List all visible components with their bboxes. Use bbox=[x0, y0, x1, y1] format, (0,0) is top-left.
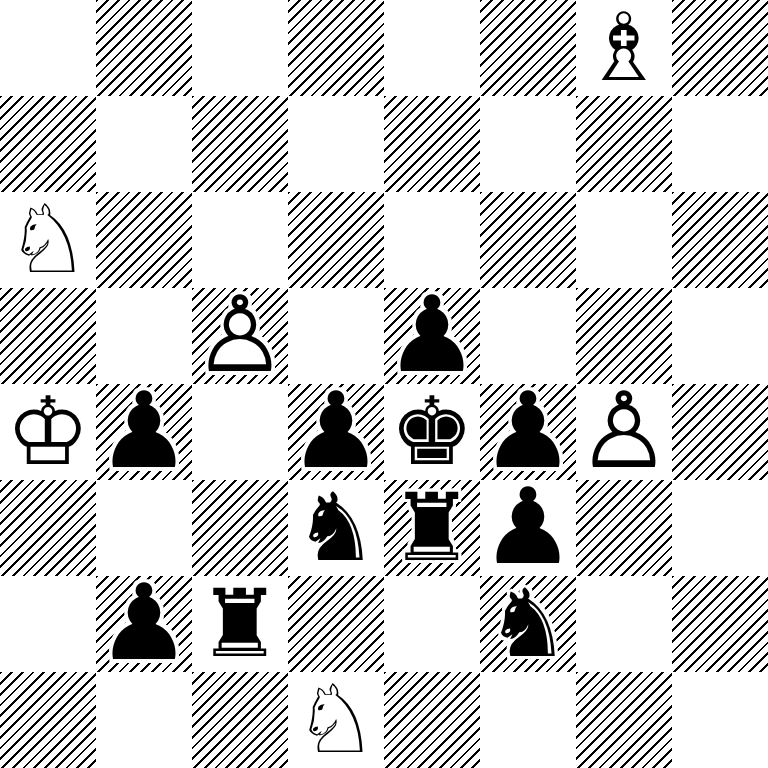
piece-fill-halo: ♟ bbox=[378, 282, 486, 390]
piece-glyph: ♟ bbox=[282, 378, 390, 486]
white-knight: ♞♘ bbox=[0, 192, 96, 288]
square-f6[interactable] bbox=[480, 192, 576, 288]
square-b3[interactable] bbox=[96, 480, 192, 576]
piece-glyph: ♚ bbox=[384, 384, 480, 480]
piece-fill-halo: ♟ bbox=[90, 378, 198, 486]
square-c4[interactable] bbox=[192, 384, 288, 480]
white-knight: ♞♘ bbox=[288, 672, 384, 768]
white-bishop: ♝♗ bbox=[576, 0, 672, 96]
square-b4[interactable]: ♟♟ bbox=[96, 384, 192, 480]
square-d6[interactable] bbox=[288, 192, 384, 288]
white-pawn: ♟♙ bbox=[192, 288, 288, 384]
square-e8[interactable] bbox=[384, 0, 480, 96]
black-rook: ♜♜ bbox=[384, 480, 480, 576]
white-pawn: ♟♙ bbox=[576, 384, 672, 480]
square-h6[interactable] bbox=[672, 192, 768, 288]
square-d3[interactable]: ♞♞ bbox=[288, 480, 384, 576]
square-f8[interactable] bbox=[480, 0, 576, 96]
square-e5[interactable]: ♟♟ bbox=[384, 288, 480, 384]
piece-glyph: ♞ bbox=[288, 480, 384, 576]
square-h1[interactable] bbox=[672, 672, 768, 768]
square-c6[interactable] bbox=[192, 192, 288, 288]
piece-fill-halo: ♞ bbox=[480, 576, 576, 672]
piece-glyph: ♜ bbox=[192, 576, 288, 672]
square-a7[interactable] bbox=[0, 96, 96, 192]
piece-fill-halo: ♜ bbox=[384, 480, 480, 576]
square-a1[interactable] bbox=[0, 672, 96, 768]
piece-fill-halo: ♞ bbox=[288, 672, 384, 768]
square-c3[interactable] bbox=[192, 480, 288, 576]
square-a3[interactable] bbox=[0, 480, 96, 576]
square-f1[interactable] bbox=[480, 672, 576, 768]
square-a4[interactable]: ♚♔ bbox=[0, 384, 96, 480]
square-c7[interactable] bbox=[192, 96, 288, 192]
square-h7[interactable] bbox=[672, 96, 768, 192]
square-f5[interactable] bbox=[480, 288, 576, 384]
square-b8[interactable] bbox=[96, 0, 192, 96]
black-knight: ♞♞ bbox=[288, 480, 384, 576]
square-g8[interactable]: ♝♗ bbox=[576, 0, 672, 96]
square-a5[interactable] bbox=[0, 288, 96, 384]
square-c1[interactable] bbox=[192, 672, 288, 768]
square-g4[interactable]: ♟♙ bbox=[576, 384, 672, 480]
white-king: ♚♔ bbox=[0, 384, 96, 480]
square-d7[interactable] bbox=[288, 96, 384, 192]
square-b2[interactable]: ♟♟ bbox=[96, 576, 192, 672]
piece-glyph: ♔ bbox=[0, 384, 96, 480]
piece-glyph: ♟ bbox=[378, 282, 486, 390]
piece-glyph: ♙ bbox=[186, 282, 294, 390]
square-h8[interactable] bbox=[672, 0, 768, 96]
piece-fill-halo: ♚ bbox=[0, 384, 96, 480]
black-king: ♚♚ bbox=[384, 384, 480, 480]
square-d1[interactable]: ♞♘ bbox=[288, 672, 384, 768]
piece-fill-halo: ♜ bbox=[192, 576, 288, 672]
square-d8[interactable] bbox=[288, 0, 384, 96]
square-g3[interactable] bbox=[576, 480, 672, 576]
piece-fill-halo: ♞ bbox=[288, 480, 384, 576]
black-pawn: ♟♟ bbox=[96, 576, 192, 672]
square-f7[interactable] bbox=[480, 96, 576, 192]
chessboard: ♝♗♞♘♟♙♟♟♚♔♟♟♟♟♚♚♟♟♟♙♞♞♜♜♟♟♟♟♜♜♞♞♞♘ bbox=[0, 0, 768, 768]
piece-glyph: ♜ bbox=[384, 480, 480, 576]
square-e2[interactable] bbox=[384, 576, 480, 672]
square-f4[interactable]: ♟♟ bbox=[480, 384, 576, 480]
square-g2[interactable] bbox=[576, 576, 672, 672]
piece-fill-halo: ♟ bbox=[90, 570, 198, 678]
piece-glyph: ♟ bbox=[474, 474, 582, 582]
square-d2[interactable] bbox=[288, 576, 384, 672]
square-b6[interactable] bbox=[96, 192, 192, 288]
piece-glyph: ♟ bbox=[474, 378, 582, 486]
square-c8[interactable] bbox=[192, 0, 288, 96]
black-rook: ♜♜ bbox=[192, 576, 288, 672]
square-g5[interactable] bbox=[576, 288, 672, 384]
square-c2[interactable]: ♜♜ bbox=[192, 576, 288, 672]
square-h4[interactable] bbox=[672, 384, 768, 480]
piece-glyph: ♗ bbox=[576, 0, 672, 96]
square-e1[interactable] bbox=[384, 672, 480, 768]
square-g1[interactable] bbox=[576, 672, 672, 768]
square-b1[interactable] bbox=[96, 672, 192, 768]
piece-fill-halo: ♟ bbox=[474, 378, 582, 486]
piece-fill-halo: ♞ bbox=[0, 192, 96, 288]
square-e7[interactable] bbox=[384, 96, 480, 192]
piece-glyph: ♙ bbox=[570, 378, 678, 486]
square-g7[interactable] bbox=[576, 96, 672, 192]
black-pawn: ♟♟ bbox=[384, 288, 480, 384]
piece-glyph: ♟ bbox=[90, 378, 198, 486]
square-b5[interactable] bbox=[96, 288, 192, 384]
square-g6[interactable] bbox=[576, 192, 672, 288]
square-f2[interactable]: ♞♞ bbox=[480, 576, 576, 672]
piece-fill-halo: ♟ bbox=[186, 282, 294, 390]
square-f3[interactable]: ♟♟ bbox=[480, 480, 576, 576]
piece-glyph: ♞ bbox=[480, 576, 576, 672]
square-e6[interactable] bbox=[384, 192, 480, 288]
square-h2[interactable] bbox=[672, 576, 768, 672]
black-pawn: ♟♟ bbox=[480, 384, 576, 480]
piece-glyph: ♘ bbox=[0, 192, 96, 288]
square-a6[interactable]: ♞♘ bbox=[0, 192, 96, 288]
piece-fill-halo: ♚ bbox=[384, 384, 480, 480]
square-d4[interactable]: ♟♟ bbox=[288, 384, 384, 480]
piece-fill-halo: ♟ bbox=[282, 378, 390, 486]
piece-glyph: ♘ bbox=[288, 672, 384, 768]
square-h3[interactable] bbox=[672, 480, 768, 576]
black-pawn: ♟♟ bbox=[480, 480, 576, 576]
square-e3[interactable]: ♜♜ bbox=[384, 480, 480, 576]
square-d5[interactable] bbox=[288, 288, 384, 384]
black-knight: ♞♞ bbox=[480, 576, 576, 672]
piece-fill-halo: ♟ bbox=[570, 378, 678, 486]
piece-fill-halo: ♝ bbox=[576, 0, 672, 96]
square-c5[interactable]: ♟♙ bbox=[192, 288, 288, 384]
square-a2[interactable] bbox=[0, 576, 96, 672]
piece-fill-halo: ♟ bbox=[474, 474, 582, 582]
black-pawn: ♟♟ bbox=[288, 384, 384, 480]
square-a8[interactable] bbox=[0, 0, 96, 96]
square-e4[interactable]: ♚♚ bbox=[384, 384, 480, 480]
black-pawn: ♟♟ bbox=[96, 384, 192, 480]
piece-glyph: ♟ bbox=[90, 570, 198, 678]
square-b7[interactable] bbox=[96, 96, 192, 192]
square-h5[interactable] bbox=[672, 288, 768, 384]
